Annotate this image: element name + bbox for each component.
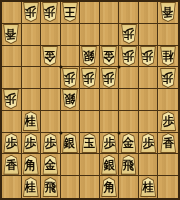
square-r9-c9[interactable] bbox=[158, 176, 178, 198]
square-r7-c6[interactable]: 歩 bbox=[100, 133, 120, 155]
sente-pawn-piece[interactable]: 歩 bbox=[101, 133, 118, 153]
square-r8-c5[interactable] bbox=[80, 154, 100, 176]
square-r2-c4[interactable] bbox=[61, 24, 81, 46]
piece-kanji: 香 bbox=[6, 26, 17, 41]
piece-face: 角 bbox=[23, 156, 38, 174]
piece-kanji: 金 bbox=[123, 136, 134, 151]
square-r5-c1[interactable]: 歩 bbox=[2, 89, 22, 111]
piece-kanji: 歩 bbox=[142, 48, 153, 63]
piece-face: 銀 bbox=[62, 90, 77, 108]
gote-lance-piece[interactable]: 香 bbox=[160, 2, 177, 22]
hoshi-dot-2 bbox=[118, 66, 121, 69]
square-r5-c2[interactable] bbox=[22, 89, 42, 111]
sente-knight-piece[interactable]: 桂 bbox=[22, 111, 39, 131]
gote-silver-piece[interactable]: 銀 bbox=[61, 89, 78, 109]
piece-kanji: 角 bbox=[103, 180, 114, 195]
square-r8-c2[interactable]: 角 bbox=[22, 154, 42, 176]
piece-kanji: 金 bbox=[103, 48, 114, 63]
square-r4-c8[interactable] bbox=[139, 67, 159, 89]
square-r4-c9[interactable]: 歩 bbox=[158, 67, 178, 89]
sente-gold-piece[interactable]: 金 bbox=[120, 133, 137, 153]
square-r4-c1[interactable] bbox=[2, 67, 22, 89]
piece-face: 歩 bbox=[102, 69, 117, 87]
piece-face: 香 bbox=[4, 156, 19, 174]
piece-kanji: 歩 bbox=[123, 26, 134, 41]
square-r1-c3[interactable]: 歩 bbox=[41, 2, 61, 24]
sente-king-piece[interactable]: 玉 bbox=[81, 133, 98, 153]
square-r1-c7[interactable] bbox=[119, 2, 139, 24]
gote-pawn-piece[interactable]: 歩 bbox=[120, 46, 137, 66]
square-r1-c9[interactable]: 香 bbox=[158, 2, 178, 24]
gote-pawn-piece[interactable]: 歩 bbox=[61, 68, 78, 88]
gote-king-piece[interactable]: 王 bbox=[61, 2, 78, 22]
piece-face: 香 bbox=[161, 134, 176, 152]
piece-kanji: 歩 bbox=[6, 91, 17, 106]
piece-kanji: 銀 bbox=[64, 136, 75, 151]
square-r2-c1[interactable]: 香 bbox=[2, 24, 22, 46]
piece-kanji: 香 bbox=[163, 136, 174, 151]
gote-lance-piece[interactable]: 香 bbox=[3, 24, 20, 44]
square-r8-c6[interactable]: 銀 bbox=[100, 154, 120, 176]
square-r6-c6[interactable] bbox=[100, 111, 120, 133]
sente-rook-piece[interactable]: 飛 bbox=[42, 177, 59, 197]
piece-kanji: 金 bbox=[45, 48, 56, 63]
square-r9-c4[interactable] bbox=[61, 176, 81, 198]
square-r7-c3[interactable]: 歩 bbox=[41, 133, 61, 155]
piece-face: 歩 bbox=[102, 134, 117, 152]
piece-face: 歩 bbox=[4, 90, 19, 108]
square-r6-c9[interactable]: 歩 bbox=[158, 111, 178, 133]
square-r2-c6[interactable] bbox=[100, 24, 120, 46]
square-r8-c4[interactable] bbox=[61, 154, 81, 176]
square-r2-c9[interactable] bbox=[158, 24, 178, 46]
sente-pawn-piece[interactable]: 歩 bbox=[22, 133, 39, 153]
piece-kanji: 桂 bbox=[25, 114, 36, 129]
square-r6-c7[interactable] bbox=[119, 111, 139, 133]
square-r9-c1[interactable] bbox=[2, 176, 22, 198]
square-r4-c7[interactable] bbox=[119, 67, 139, 89]
piece-face: 角 bbox=[102, 178, 117, 196]
sente-silver-piece[interactable]: 銀 bbox=[101, 155, 118, 175]
piece-face: 桂 bbox=[161, 47, 176, 65]
square-r3-c9[interactable]: 桂 bbox=[158, 46, 178, 68]
piece-face: 歩 bbox=[43, 3, 58, 21]
gote-knight-piece[interactable]: 桂 bbox=[160, 46, 177, 66]
piece-kanji: 飛 bbox=[123, 158, 134, 173]
square-r2-c8[interactable] bbox=[139, 24, 159, 46]
square-r9-c3[interactable]: 飛 bbox=[41, 176, 61, 198]
square-r7-c8[interactable]: 歩 bbox=[139, 133, 159, 155]
piece-kanji: 歩 bbox=[64, 70, 75, 85]
hoshi-dot-3 bbox=[59, 131, 62, 134]
square-r9-c8[interactable]: 桂 bbox=[139, 176, 159, 198]
piece-kanji: 金 bbox=[45, 158, 56, 173]
piece-face: 銀 bbox=[62, 134, 77, 152]
piece-face: 桂 bbox=[141, 178, 156, 196]
square-r7-c5[interactable]: 玉 bbox=[80, 133, 100, 155]
square-r2-c7[interactable]: 歩 bbox=[119, 24, 139, 46]
piece-kanji: 歩 bbox=[142, 136, 153, 151]
square-r8-c3[interactable]: 金 bbox=[41, 154, 61, 176]
piece-kanji: 桂 bbox=[163, 48, 174, 63]
piece-kanji: 歩 bbox=[45, 4, 56, 19]
piece-kanji: 玉 bbox=[84, 136, 95, 151]
sente-bishop-piece[interactable]: 角 bbox=[22, 155, 39, 175]
gote-silver-piece[interactable]: 銀 bbox=[81, 46, 98, 66]
piece-face: 歩 bbox=[141, 47, 156, 65]
piece-kanji: 桂 bbox=[142, 180, 153, 195]
shogi-app: 歩歩王香香歩金銀金歩歩桂歩歩歩歩歩銀桂歩歩歩歩銀玉歩金歩香香角金銀飛桂飛角桂 bbox=[0, 0, 180, 200]
square-r3-c1[interactable] bbox=[2, 46, 22, 68]
square-r5-c5[interactable] bbox=[80, 89, 100, 111]
piece-kanji: 香 bbox=[6, 158, 17, 173]
gote-pawn-piece[interactable]: 歩 bbox=[3, 89, 20, 109]
piece-kanji: 角 bbox=[25, 158, 36, 173]
square-r1-c5[interactable] bbox=[80, 2, 100, 24]
square-r1-c8[interactable] bbox=[139, 2, 159, 24]
sente-pawn-piece[interactable]: 歩 bbox=[160, 111, 177, 131]
piece-face: 金 bbox=[102, 47, 117, 65]
sente-lance-piece[interactable]: 香 bbox=[160, 133, 177, 153]
square-r2-c2[interactable] bbox=[22, 24, 42, 46]
sente-pawn-piece[interactable]: 歩 bbox=[140, 133, 157, 153]
square-r5-c9[interactable] bbox=[158, 89, 178, 111]
square-r8-c9[interactable] bbox=[158, 154, 178, 176]
square-r5-c4[interactable]: 銀 bbox=[61, 89, 81, 111]
piece-face: 香 bbox=[4, 25, 19, 43]
piece-face: 飛 bbox=[43, 178, 58, 196]
piece-kanji: 歩 bbox=[6, 136, 17, 151]
square-r3-c4[interactable] bbox=[61, 46, 81, 68]
piece-kanji: 歩 bbox=[25, 136, 36, 151]
square-r3-c6[interactable]: 金 bbox=[100, 46, 120, 68]
square-r3-c3[interactable]: 金 bbox=[41, 46, 61, 68]
square-r8-c8[interactable] bbox=[139, 154, 159, 176]
piece-face: 金 bbox=[43, 156, 58, 174]
gote-pawn-piece[interactable]: 歩 bbox=[22, 2, 39, 22]
gote-pawn-piece[interactable]: 歩 bbox=[120, 24, 137, 44]
piece-kanji: 香 bbox=[163, 4, 174, 19]
piece-kanji: 歩 bbox=[84, 70, 95, 85]
piece-face: 歩 bbox=[161, 112, 176, 130]
square-r5-c7[interactable] bbox=[119, 89, 139, 111]
hoshi-dot-1 bbox=[59, 66, 62, 69]
piece-face: 桂 bbox=[23, 178, 38, 196]
piece-face: 歩 bbox=[121, 25, 136, 43]
square-r4-c6[interactable]: 歩 bbox=[100, 67, 120, 89]
sente-bishop-piece[interactable]: 角 bbox=[101, 177, 118, 197]
square-r4-c3[interactable] bbox=[41, 67, 61, 89]
piece-face: 金 bbox=[43, 47, 58, 65]
piece-face: 香 bbox=[161, 3, 176, 21]
piece-kanji: 歩 bbox=[163, 70, 174, 85]
square-r6-c2[interactable]: 桂 bbox=[22, 111, 42, 133]
sente-pawn-piece[interactable]: 歩 bbox=[3, 133, 20, 153]
square-r1-c4[interactable]: 王 bbox=[61, 2, 81, 24]
square-r3-c8[interactable]: 歩 bbox=[139, 46, 159, 68]
sente-pawn-piece[interactable]: 歩 bbox=[42, 133, 59, 153]
square-r5-c6[interactable] bbox=[100, 89, 120, 111]
square-r9-c2[interactable]: 桂 bbox=[22, 176, 42, 198]
gote-pawn-piece[interactable]: 歩 bbox=[160, 68, 177, 88]
piece-face: 歩 bbox=[121, 47, 136, 65]
square-r1-c2[interactable]: 歩 bbox=[22, 2, 42, 24]
square-r8-c1[interactable]: 香 bbox=[2, 154, 22, 176]
square-r3-c2[interactable] bbox=[22, 46, 42, 68]
sente-knight-piece[interactable]: 桂 bbox=[140, 177, 157, 197]
square-r7-c4[interactable]: 銀 bbox=[61, 133, 81, 155]
piece-face: 歩 bbox=[82, 69, 97, 87]
sente-rook-piece[interactable]: 飛 bbox=[120, 155, 137, 175]
square-r2-c5[interactable] bbox=[80, 24, 100, 46]
piece-kanji: 歩 bbox=[103, 136, 114, 151]
shogi-board: 歩歩王香香歩金銀金歩歩桂歩歩歩歩歩銀桂歩歩歩歩銀玉歩金歩香香角金銀飛桂飛角桂 bbox=[0, 0, 180, 200]
piece-face: 王 bbox=[62, 3, 77, 21]
square-r2-c3[interactable] bbox=[41, 24, 61, 46]
piece-face: 歩 bbox=[23, 134, 38, 152]
gote-pawn-piece[interactable]: 歩 bbox=[42, 2, 59, 22]
square-r7-c2[interactable]: 歩 bbox=[22, 133, 42, 155]
gote-pawn-piece[interactable]: 歩 bbox=[140, 46, 157, 66]
gote-pawn-piece[interactable]: 歩 bbox=[101, 68, 118, 88]
piece-kanji: 桂 bbox=[25, 180, 36, 195]
piece-kanji: 歩 bbox=[103, 70, 114, 85]
square-r4-c5[interactable]: 歩 bbox=[80, 67, 100, 89]
piece-kanji: 銀 bbox=[64, 91, 75, 106]
square-r7-c9[interactable]: 香 bbox=[158, 133, 178, 155]
square-r1-c1[interactable] bbox=[2, 2, 22, 24]
square-r5-c3[interactable] bbox=[41, 89, 61, 111]
sente-lance-piece[interactable]: 香 bbox=[3, 155, 20, 175]
square-r6-c4[interactable] bbox=[61, 111, 81, 133]
square-r5-c8[interactable] bbox=[139, 89, 159, 111]
piece-kanji: 歩 bbox=[45, 136, 56, 151]
piece-face: 歩 bbox=[23, 3, 38, 21]
piece-kanji: 飛 bbox=[45, 180, 56, 195]
sente-gold-piece[interactable]: 金 bbox=[42, 155, 59, 175]
piece-face: 銀 bbox=[102, 156, 117, 174]
piece-kanji: 歩 bbox=[123, 48, 134, 63]
piece-face: 歩 bbox=[62, 69, 77, 87]
piece-face: 歩 bbox=[4, 134, 19, 152]
square-r3-c7[interactable]: 歩 bbox=[119, 46, 139, 68]
square-r8-c7[interactable]: 飛 bbox=[119, 154, 139, 176]
square-r9-c7[interactable] bbox=[119, 176, 139, 198]
piece-face: 玉 bbox=[82, 134, 97, 152]
square-r1-c6[interactable] bbox=[100, 2, 120, 24]
square-r9-c5[interactable] bbox=[80, 176, 100, 198]
hoshi-dot-4 bbox=[118, 131, 121, 134]
sente-silver-piece[interactable]: 銀 bbox=[61, 133, 78, 153]
piece-kanji: 銀 bbox=[84, 48, 95, 63]
square-r4-c2[interactable] bbox=[22, 67, 42, 89]
square-r6-c8[interactable] bbox=[139, 111, 159, 133]
piece-face: 飛 bbox=[121, 156, 136, 174]
gote-gold-piece[interactable]: 金 bbox=[42, 46, 59, 66]
piece-face: 歩 bbox=[161, 69, 176, 87]
piece-face: 金 bbox=[121, 134, 136, 152]
piece-kanji: 銀 bbox=[103, 158, 114, 173]
piece-face: 歩 bbox=[141, 134, 156, 152]
gote-gold-piece[interactable]: 金 bbox=[101, 46, 118, 66]
piece-kanji: 王 bbox=[64, 4, 75, 19]
square-r7-c1[interactable]: 歩 bbox=[2, 133, 22, 155]
piece-face: 銀 bbox=[82, 47, 97, 65]
square-r6-c5[interactable] bbox=[80, 111, 100, 133]
piece-kanji: 歩 bbox=[25, 4, 36, 19]
sente-knight-piece[interactable]: 桂 bbox=[22, 177, 39, 197]
square-r4-c4[interactable]: 歩 bbox=[61, 67, 81, 89]
piece-face: 歩 bbox=[43, 134, 58, 152]
square-r6-c3[interactable] bbox=[41, 111, 61, 133]
square-r6-c1[interactable] bbox=[2, 111, 22, 133]
piece-kanji: 歩 bbox=[163, 114, 174, 129]
square-r7-c7[interactable]: 金 bbox=[119, 133, 139, 155]
gote-pawn-piece[interactable]: 歩 bbox=[81, 68, 98, 88]
square-r9-c6[interactable]: 角 bbox=[100, 176, 120, 198]
piece-face: 桂 bbox=[23, 112, 38, 130]
square-r3-c5[interactable]: 銀 bbox=[80, 46, 100, 68]
